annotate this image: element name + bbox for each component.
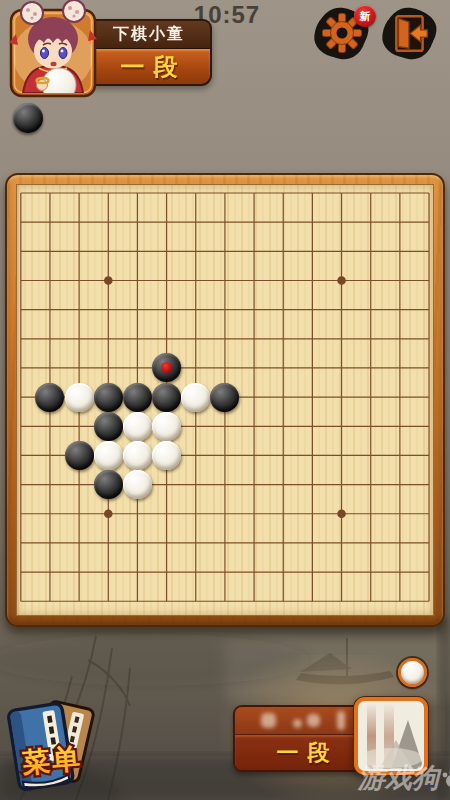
name-smudge-blob (337, 711, 345, 730)
new-badge: 新 (354, 5, 376, 27)
opponent-name-smudged (235, 707, 371, 735)
player-name: 下棋小童 (86, 19, 212, 49)
name-smudge-blob (261, 713, 276, 728)
player-black-stone-indicator (13, 103, 43, 133)
paw-icon (441, 767, 450, 789)
watermark: 游戏狗 (358, 760, 450, 796)
book-icon: 菜单 (2, 692, 102, 798)
menu-label: 菜单 (20, 742, 83, 778)
player-avatar-art (5, 0, 101, 104)
player-avatar[interactable] (5, 0, 101, 104)
name-smudge-blob (293, 719, 302, 728)
opponent-rank: 一段 (235, 735, 371, 770)
watermark-text: 游戏狗 (358, 760, 439, 796)
name-smudge-blob (307, 714, 320, 727)
settings-button[interactable]: 新 (316, 6, 368, 60)
game-board[interactable] (16, 184, 434, 616)
exit-button[interactable] (384, 6, 436, 60)
menu-button[interactable]: 菜单 (2, 692, 102, 798)
opponent-white-stone-indicator (398, 658, 427, 687)
door-exit-icon (389, 12, 431, 54)
game-screen: 10:57 下棋小童 一段 (0, 0, 450, 800)
opponent-name-plate: 一段 (233, 705, 373, 772)
player-rank: 一段 (86, 49, 212, 86)
player-name-plate: 下棋小童 一段 (86, 19, 212, 86)
